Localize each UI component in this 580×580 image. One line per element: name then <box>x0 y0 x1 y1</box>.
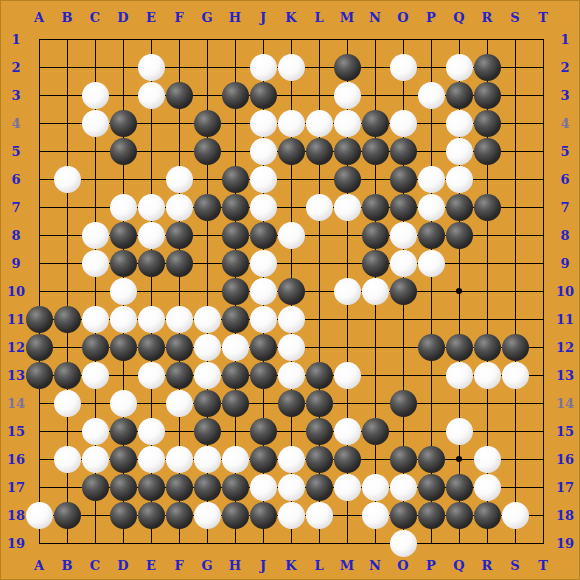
intersection-P2[interactable] <box>417 53 445 81</box>
intersection-L13[interactable] <box>305 361 333 389</box>
intersection-B12[interactable] <box>53 333 81 361</box>
intersection-E10[interactable] <box>137 277 165 305</box>
intersection-O19[interactable] <box>389 529 417 557</box>
intersection-B16[interactable] <box>53 445 81 473</box>
intersection-N17[interactable] <box>361 473 389 501</box>
intersection-H14[interactable] <box>221 389 249 417</box>
intersection-O6[interactable] <box>389 165 417 193</box>
intersection-P8[interactable] <box>417 221 445 249</box>
intersection-T10[interactable] <box>529 277 557 305</box>
intersection-J18[interactable] <box>249 501 277 529</box>
intersection-E15[interactable] <box>137 417 165 445</box>
intersection-T8[interactable] <box>529 221 557 249</box>
intersection-B11[interactable] <box>53 305 81 333</box>
intersection-K14[interactable] <box>277 389 305 417</box>
intersection-Q3[interactable] <box>445 81 473 109</box>
intersection-T18[interactable] <box>529 501 557 529</box>
intersection-H17[interactable] <box>221 473 249 501</box>
intersection-N12[interactable] <box>361 333 389 361</box>
intersection-D3[interactable] <box>109 81 137 109</box>
intersection-J10[interactable] <box>249 277 277 305</box>
intersection-N5[interactable] <box>361 137 389 165</box>
intersection-E6[interactable] <box>137 165 165 193</box>
intersection-P13[interactable] <box>417 361 445 389</box>
intersection-N4[interactable] <box>361 109 389 137</box>
intersection-B3[interactable] <box>53 81 81 109</box>
intersection-M4[interactable] <box>333 109 361 137</box>
intersection-S12[interactable] <box>501 333 529 361</box>
intersection-T6[interactable] <box>529 165 557 193</box>
intersection-S4[interactable] <box>501 109 529 137</box>
intersection-R5[interactable] <box>473 137 501 165</box>
intersection-L4[interactable] <box>305 109 333 137</box>
intersection-C2[interactable] <box>81 53 109 81</box>
intersection-F19[interactable] <box>165 529 193 557</box>
intersection-G7[interactable] <box>193 193 221 221</box>
intersection-J8[interactable] <box>249 221 277 249</box>
intersection-B6[interactable] <box>53 165 81 193</box>
intersection-J5[interactable] <box>249 137 277 165</box>
intersection-S14[interactable] <box>501 389 529 417</box>
intersection-F3[interactable] <box>165 81 193 109</box>
intersection-N8[interactable] <box>361 221 389 249</box>
intersection-O7[interactable] <box>389 193 417 221</box>
intersection-J2[interactable] <box>249 53 277 81</box>
intersection-P12[interactable] <box>417 333 445 361</box>
intersection-Q1[interactable] <box>445 25 473 53</box>
intersection-N10[interactable] <box>361 277 389 305</box>
intersection-G17[interactable] <box>193 473 221 501</box>
intersection-P19[interactable] <box>417 529 445 557</box>
intersection-B2[interactable] <box>53 53 81 81</box>
intersection-P10[interactable] <box>417 277 445 305</box>
intersection-C19[interactable] <box>81 529 109 557</box>
intersection-M2[interactable] <box>333 53 361 81</box>
intersection-L2[interactable] <box>305 53 333 81</box>
intersection-A10[interactable] <box>25 277 53 305</box>
intersection-S18[interactable] <box>501 501 529 529</box>
intersection-L12[interactable] <box>305 333 333 361</box>
intersection-G19[interactable] <box>193 529 221 557</box>
intersection-N11[interactable] <box>361 305 389 333</box>
intersection-J9[interactable] <box>249 249 277 277</box>
intersection-K15[interactable] <box>277 417 305 445</box>
intersection-M7[interactable] <box>333 193 361 221</box>
intersection-E19[interactable] <box>137 529 165 557</box>
intersection-M14[interactable] <box>333 389 361 417</box>
intersection-H10[interactable] <box>221 277 249 305</box>
intersection-B17[interactable] <box>53 473 81 501</box>
intersection-T9[interactable] <box>529 249 557 277</box>
intersection-S3[interactable] <box>501 81 529 109</box>
intersection-Q14[interactable] <box>445 389 473 417</box>
intersection-O3[interactable] <box>389 81 417 109</box>
intersection-C12[interactable] <box>81 333 109 361</box>
intersection-Q11[interactable] <box>445 305 473 333</box>
intersection-G5[interactable] <box>193 137 221 165</box>
intersection-J7[interactable] <box>249 193 277 221</box>
intersection-H5[interactable] <box>221 137 249 165</box>
intersection-D1[interactable] <box>109 25 137 53</box>
intersection-M8[interactable] <box>333 221 361 249</box>
intersection-R15[interactable] <box>473 417 501 445</box>
intersection-J16[interactable] <box>249 445 277 473</box>
intersection-M15[interactable] <box>333 417 361 445</box>
intersection-N9[interactable] <box>361 249 389 277</box>
intersection-R14[interactable] <box>473 389 501 417</box>
intersection-L9[interactable] <box>305 249 333 277</box>
intersection-G6[interactable] <box>193 165 221 193</box>
intersection-D2[interactable] <box>109 53 137 81</box>
intersection-F5[interactable] <box>165 137 193 165</box>
intersection-E14[interactable] <box>137 389 165 417</box>
intersection-S16[interactable] <box>501 445 529 473</box>
intersection-E5[interactable] <box>137 137 165 165</box>
intersection-H4[interactable] <box>221 109 249 137</box>
intersection-S15[interactable] <box>501 417 529 445</box>
intersection-L7[interactable] <box>305 193 333 221</box>
intersection-B4[interactable] <box>53 109 81 137</box>
intersection-L11[interactable] <box>305 305 333 333</box>
intersection-O5[interactable] <box>389 137 417 165</box>
intersection-A4[interactable] <box>25 109 53 137</box>
intersection-T19[interactable] <box>529 529 557 557</box>
intersection-O17[interactable] <box>389 473 417 501</box>
intersection-C11[interactable] <box>81 305 109 333</box>
intersection-D8[interactable] <box>109 221 137 249</box>
intersection-N13[interactable] <box>361 361 389 389</box>
intersection-L5[interactable] <box>305 137 333 165</box>
intersection-T1[interactable] <box>529 25 557 53</box>
intersection-C17[interactable] <box>81 473 109 501</box>
intersection-K18[interactable] <box>277 501 305 529</box>
intersection-E2[interactable] <box>137 53 165 81</box>
intersection-Q12[interactable] <box>445 333 473 361</box>
intersection-J12[interactable] <box>249 333 277 361</box>
intersection-Q19[interactable] <box>445 529 473 557</box>
intersection-T7[interactable] <box>529 193 557 221</box>
intersection-G13[interactable] <box>193 361 221 389</box>
intersection-J13[interactable] <box>249 361 277 389</box>
intersection-B13[interactable] <box>53 361 81 389</box>
intersection-C5[interactable] <box>81 137 109 165</box>
intersection-A2[interactable] <box>25 53 53 81</box>
intersection-L19[interactable] <box>305 529 333 557</box>
intersection-A5[interactable] <box>25 137 53 165</box>
intersection-L3[interactable] <box>305 81 333 109</box>
intersection-D4[interactable] <box>109 109 137 137</box>
intersection-M9[interactable] <box>333 249 361 277</box>
intersection-M16[interactable] <box>333 445 361 473</box>
intersection-A13[interactable] <box>25 361 53 389</box>
intersection-L17[interactable] <box>305 473 333 501</box>
intersection-P3[interactable] <box>417 81 445 109</box>
intersection-H7[interactable] <box>221 193 249 221</box>
intersection-G2[interactable] <box>193 53 221 81</box>
intersection-D14[interactable] <box>109 389 137 417</box>
intersection-J11[interactable] <box>249 305 277 333</box>
intersection-T17[interactable] <box>529 473 557 501</box>
intersection-H18[interactable] <box>221 501 249 529</box>
intersection-R10[interactable] <box>473 277 501 305</box>
intersection-H2[interactable] <box>221 53 249 81</box>
intersection-S10[interactable] <box>501 277 529 305</box>
intersection-A11[interactable] <box>25 305 53 333</box>
intersection-G16[interactable] <box>193 445 221 473</box>
intersection-Q13[interactable] <box>445 361 473 389</box>
intersection-F16[interactable] <box>165 445 193 473</box>
intersection-S19[interactable] <box>501 529 529 557</box>
intersection-R6[interactable] <box>473 165 501 193</box>
intersection-C9[interactable] <box>81 249 109 277</box>
intersection-K5[interactable] <box>277 137 305 165</box>
intersection-C7[interactable] <box>81 193 109 221</box>
intersection-N15[interactable] <box>361 417 389 445</box>
intersection-B10[interactable] <box>53 277 81 305</box>
intersection-M19[interactable] <box>333 529 361 557</box>
intersection-T4[interactable] <box>529 109 557 137</box>
intersection-M11[interactable] <box>333 305 361 333</box>
intersection-E18[interactable] <box>137 501 165 529</box>
intersection-R2[interactable] <box>473 53 501 81</box>
intersection-T12[interactable] <box>529 333 557 361</box>
intersection-G3[interactable] <box>193 81 221 109</box>
intersection-D12[interactable] <box>109 333 137 361</box>
intersection-B5[interactable] <box>53 137 81 165</box>
intersection-M5[interactable] <box>333 137 361 165</box>
intersection-L14[interactable] <box>305 389 333 417</box>
intersection-O12[interactable] <box>389 333 417 361</box>
intersection-H15[interactable] <box>221 417 249 445</box>
intersection-N3[interactable] <box>361 81 389 109</box>
intersection-D16[interactable] <box>109 445 137 473</box>
intersection-G8[interactable] <box>193 221 221 249</box>
intersection-F7[interactable] <box>165 193 193 221</box>
intersection-D18[interactable] <box>109 501 137 529</box>
intersection-E17[interactable] <box>137 473 165 501</box>
intersection-A3[interactable] <box>25 81 53 109</box>
intersection-O11[interactable] <box>389 305 417 333</box>
intersection-J14[interactable] <box>249 389 277 417</box>
intersection-E13[interactable] <box>137 361 165 389</box>
intersection-G9[interactable] <box>193 249 221 277</box>
intersection-K10[interactable] <box>277 277 305 305</box>
intersection-R3[interactable] <box>473 81 501 109</box>
intersection-M17[interactable] <box>333 473 361 501</box>
intersection-A16[interactable] <box>25 445 53 473</box>
intersection-F8[interactable] <box>165 221 193 249</box>
intersection-D7[interactable] <box>109 193 137 221</box>
intersection-R16[interactable] <box>473 445 501 473</box>
intersection-D19[interactable] <box>109 529 137 557</box>
intersection-L1[interactable] <box>305 25 333 53</box>
intersection-E16[interactable] <box>137 445 165 473</box>
intersection-Q10[interactable] <box>445 277 473 305</box>
intersection-G12[interactable] <box>193 333 221 361</box>
intersection-J3[interactable] <box>249 81 277 109</box>
intersection-O13[interactable] <box>389 361 417 389</box>
intersection-O2[interactable] <box>389 53 417 81</box>
intersection-B14[interactable] <box>53 389 81 417</box>
intersection-A15[interactable] <box>25 417 53 445</box>
intersection-L6[interactable] <box>305 165 333 193</box>
intersection-H6[interactable] <box>221 165 249 193</box>
intersection-D13[interactable] <box>109 361 137 389</box>
intersection-J1[interactable] <box>249 25 277 53</box>
intersection-T11[interactable] <box>529 305 557 333</box>
intersection-S13[interactable] <box>501 361 529 389</box>
intersection-T5[interactable] <box>529 137 557 165</box>
intersection-E7[interactable] <box>137 193 165 221</box>
intersection-R19[interactable] <box>473 529 501 557</box>
intersection-M18[interactable] <box>333 501 361 529</box>
intersection-L18[interactable] <box>305 501 333 529</box>
intersection-B18[interactable] <box>53 501 81 529</box>
intersection-K8[interactable] <box>277 221 305 249</box>
intersection-K2[interactable] <box>277 53 305 81</box>
intersection-F15[interactable] <box>165 417 193 445</box>
intersection-Q17[interactable] <box>445 473 473 501</box>
intersection-J6[interactable] <box>249 165 277 193</box>
intersection-H8[interactable] <box>221 221 249 249</box>
intersection-C18[interactable] <box>81 501 109 529</box>
intersection-R17[interactable] <box>473 473 501 501</box>
intersection-K3[interactable] <box>277 81 305 109</box>
intersection-K11[interactable] <box>277 305 305 333</box>
intersection-E3[interactable] <box>137 81 165 109</box>
intersection-R18[interactable] <box>473 501 501 529</box>
intersection-D5[interactable] <box>109 137 137 165</box>
intersection-N14[interactable] <box>361 389 389 417</box>
intersection-A17[interactable] <box>25 473 53 501</box>
intersection-P14[interactable] <box>417 389 445 417</box>
intersection-C6[interactable] <box>81 165 109 193</box>
intersection-T14[interactable] <box>529 389 557 417</box>
intersection-M12[interactable] <box>333 333 361 361</box>
intersection-P5[interactable] <box>417 137 445 165</box>
intersection-P6[interactable] <box>417 165 445 193</box>
intersection-K6[interactable] <box>277 165 305 193</box>
intersection-F14[interactable] <box>165 389 193 417</box>
intersection-R8[interactable] <box>473 221 501 249</box>
intersection-H3[interactable] <box>221 81 249 109</box>
intersection-H19[interactable] <box>221 529 249 557</box>
intersection-P9[interactable] <box>417 249 445 277</box>
intersection-R7[interactable] <box>473 193 501 221</box>
intersection-E1[interactable] <box>137 25 165 53</box>
intersection-C3[interactable] <box>81 81 109 109</box>
intersection-R1[interactable] <box>473 25 501 53</box>
intersection-O16[interactable] <box>389 445 417 473</box>
intersection-O18[interactable] <box>389 501 417 529</box>
intersection-H11[interactable] <box>221 305 249 333</box>
intersection-F6[interactable] <box>165 165 193 193</box>
intersection-Q2[interactable] <box>445 53 473 81</box>
intersection-A18[interactable] <box>25 501 53 529</box>
intersection-F4[interactable] <box>165 109 193 137</box>
intersection-S2[interactable] <box>501 53 529 81</box>
intersection-K9[interactable] <box>277 249 305 277</box>
intersection-T16[interactable] <box>529 445 557 473</box>
intersection-Q4[interactable] <box>445 109 473 137</box>
intersection-S9[interactable] <box>501 249 529 277</box>
intersection-E4[interactable] <box>137 109 165 137</box>
intersection-C10[interactable] <box>81 277 109 305</box>
intersection-T2[interactable] <box>529 53 557 81</box>
intersection-D9[interactable] <box>109 249 137 277</box>
intersection-M10[interactable] <box>333 277 361 305</box>
intersection-Q7[interactable] <box>445 193 473 221</box>
intersection-O8[interactable] <box>389 221 417 249</box>
intersection-F10[interactable] <box>165 277 193 305</box>
intersection-F2[interactable] <box>165 53 193 81</box>
intersection-T3[interactable] <box>529 81 557 109</box>
intersection-S7[interactable] <box>501 193 529 221</box>
intersection-E11[interactable] <box>137 305 165 333</box>
intersection-S1[interactable] <box>501 25 529 53</box>
intersection-A8[interactable] <box>25 221 53 249</box>
intersection-H16[interactable] <box>221 445 249 473</box>
intersection-D6[interactable] <box>109 165 137 193</box>
intersection-L8[interactable] <box>305 221 333 249</box>
intersection-A12[interactable] <box>25 333 53 361</box>
intersection-N7[interactable] <box>361 193 389 221</box>
intersection-B8[interactable] <box>53 221 81 249</box>
intersection-B19[interactable] <box>53 529 81 557</box>
intersection-O14[interactable] <box>389 389 417 417</box>
intersection-P1[interactable] <box>417 25 445 53</box>
intersection-E12[interactable] <box>137 333 165 361</box>
intersection-Q15[interactable] <box>445 417 473 445</box>
intersection-P18[interactable] <box>417 501 445 529</box>
intersection-K4[interactable] <box>277 109 305 137</box>
intersection-P11[interactable] <box>417 305 445 333</box>
intersection-D10[interactable] <box>109 277 137 305</box>
intersection-H9[interactable] <box>221 249 249 277</box>
intersection-B7[interactable] <box>53 193 81 221</box>
intersection-P15[interactable] <box>417 417 445 445</box>
intersection-A14[interactable] <box>25 389 53 417</box>
intersection-G11[interactable] <box>193 305 221 333</box>
intersection-C14[interactable] <box>81 389 109 417</box>
intersection-C16[interactable] <box>81 445 109 473</box>
intersection-C8[interactable] <box>81 221 109 249</box>
intersection-M3[interactable] <box>333 81 361 109</box>
intersection-J15[interactable] <box>249 417 277 445</box>
intersection-O9[interactable] <box>389 249 417 277</box>
intersection-K19[interactable] <box>277 529 305 557</box>
intersection-C15[interactable] <box>81 417 109 445</box>
intersection-N18[interactable] <box>361 501 389 529</box>
intersection-N1[interactable] <box>361 25 389 53</box>
intersection-K16[interactable] <box>277 445 305 473</box>
intersection-P7[interactable] <box>417 193 445 221</box>
intersection-J4[interactable] <box>249 109 277 137</box>
intersection-F9[interactable] <box>165 249 193 277</box>
intersection-K12[interactable] <box>277 333 305 361</box>
intersection-H12[interactable] <box>221 333 249 361</box>
intersection-P16[interactable] <box>417 445 445 473</box>
intersection-R12[interactable] <box>473 333 501 361</box>
intersection-R4[interactable] <box>473 109 501 137</box>
intersection-H1[interactable] <box>221 25 249 53</box>
intersection-F1[interactable] <box>165 25 193 53</box>
intersection-G18[interactable] <box>193 501 221 529</box>
intersection-K1[interactable] <box>277 25 305 53</box>
intersection-S8[interactable] <box>501 221 529 249</box>
intersection-M13[interactable] <box>333 361 361 389</box>
intersection-S5[interactable] <box>501 137 529 165</box>
